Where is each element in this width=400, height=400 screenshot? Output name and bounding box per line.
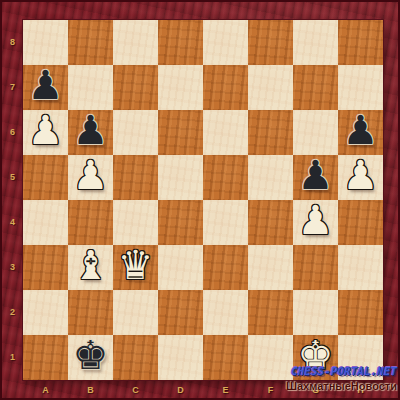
rank-label-2: 2 [4,290,21,335]
square-e7 [203,65,248,110]
square-f5 [248,155,293,200]
square-d2 [158,290,203,335]
square-b1: ♚ [68,335,113,380]
rank-label-8: 8 [4,20,21,65]
file-label-f: F [248,381,293,400]
file-label-c: C [113,381,158,400]
square-a5 [23,155,68,200]
square-d1 [158,335,203,380]
file-label-b: B [68,381,113,400]
square-g2 [293,290,338,335]
square-h2 [338,290,383,335]
square-b4 [68,200,113,245]
square-a8 [23,20,68,65]
white-queen: ♛ [118,243,154,288]
square-g4: ♟ [293,200,338,245]
square-b6: ♟ [68,110,113,155]
square-g3 [293,245,338,290]
square-e2 [203,290,248,335]
rank-label-7: 7 [4,65,21,110]
square-e1 [203,335,248,380]
square-c8 [113,20,158,65]
white-pawn: ♟ [28,108,64,153]
square-c5 [113,155,158,200]
square-a6: ♟ [23,110,68,155]
square-d3 [158,245,203,290]
square-e5 [203,155,248,200]
rank-labels: 87654321 [4,20,21,380]
square-g8 [293,20,338,65]
file-label-d: D [158,381,203,400]
square-c3: ♛ [113,245,158,290]
rank-label-4: 4 [4,200,21,245]
file-label-e: E [203,381,248,400]
square-a2 [23,290,68,335]
white-bishop: ♝ [73,243,109,288]
black-pawn: ♟ [28,63,64,108]
square-a7: ♟ [23,65,68,110]
square-c7 [113,65,158,110]
white-pawn: ♟ [343,153,379,198]
file-label-a: A [23,381,68,400]
chess-board: ♟♟♟♟♟♟♟♟♝♛♚♚ [23,20,383,380]
square-h7 [338,65,383,110]
square-g6 [293,110,338,155]
square-d8 [158,20,203,65]
square-g1: ♚ [293,335,338,380]
square-f4 [248,200,293,245]
black-king: ♚ [73,333,109,378]
black-pawn: ♟ [73,108,109,153]
square-f7 [248,65,293,110]
square-b5: ♟ [68,155,113,200]
board-frame: ♟♟♟♟♟♟♟♟♝♛♚♚ 87654321 ABCDEFGH CHESS-POR… [0,0,400,400]
square-g5: ♟ [293,155,338,200]
square-f3 [248,245,293,290]
square-d7 [158,65,203,110]
square-b7 [68,65,113,110]
square-c2 [113,290,158,335]
square-d4 [158,200,203,245]
square-f8 [248,20,293,65]
black-pawn: ♟ [298,153,334,198]
square-b3: ♝ [68,245,113,290]
square-h6: ♟ [338,110,383,155]
white-pawn: ♟ [298,198,334,243]
square-d6 [158,110,203,155]
file-label-g: G [293,381,338,400]
white-king: ♚ [298,333,334,378]
square-h5: ♟ [338,155,383,200]
rank-label-5: 5 [4,155,21,200]
square-h4 [338,200,383,245]
square-g7 [293,65,338,110]
square-d5 [158,155,203,200]
square-e8 [203,20,248,65]
square-f1 [248,335,293,380]
square-b2 [68,290,113,335]
square-b8 [68,20,113,65]
square-c6 [113,110,158,155]
square-e4 [203,200,248,245]
square-c4 [113,200,158,245]
square-a1 [23,335,68,380]
file-labels: ABCDEFGH [23,381,383,400]
black-pawn: ♟ [343,108,379,153]
rank-label-1: 1 [4,335,21,380]
square-a3 [23,245,68,290]
rank-label-3: 3 [4,245,21,290]
square-h8 [338,20,383,65]
square-f6 [248,110,293,155]
square-h1 [338,335,383,380]
square-e3 [203,245,248,290]
white-pawn: ♟ [73,153,109,198]
square-f2 [248,290,293,335]
rank-label-6: 6 [4,110,21,155]
square-a4 [23,200,68,245]
square-h3 [338,245,383,290]
square-e6 [203,110,248,155]
file-label-h: H [338,381,383,400]
square-c1 [113,335,158,380]
